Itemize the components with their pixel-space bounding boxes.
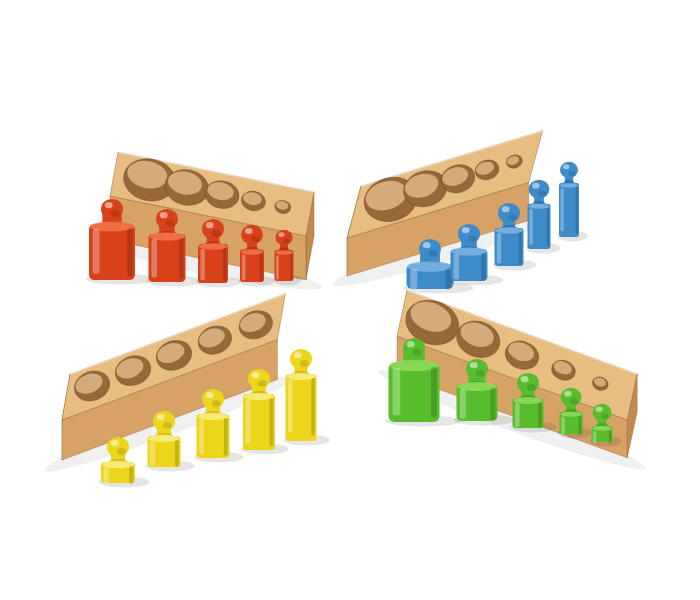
green-cylinder-1-body-highlight bbox=[393, 368, 401, 415]
green-cylinder-1-knob-highlight bbox=[407, 341, 415, 347]
scene-svg bbox=[0, 0, 700, 600]
red-cylinder-3-knob-shade bbox=[212, 230, 221, 237]
red-cylinder-1-knob-highlight bbox=[105, 202, 113, 208]
green-cylinder-1-knob bbox=[403, 338, 425, 358]
yellow-cylinder-4-knob-highlight bbox=[252, 372, 260, 378]
blue-cylinder-2-knob-shade bbox=[468, 235, 477, 242]
blue-cylinder-5-body-highlight bbox=[561, 188, 564, 231]
red-cylinder-4-knob-highlight bbox=[245, 228, 253, 234]
blue-cylinder-2-body-shade bbox=[481, 253, 485, 281]
green-cylinder-3-body-shade bbox=[538, 402, 542, 428]
green-cylinder-4-knob-shade bbox=[570, 398, 578, 404]
blue-cylinder-4-body-shade bbox=[547, 208, 550, 247]
yellow-cylinder-4-body-top-sheen bbox=[244, 393, 274, 400]
green-cylinder-1-body-shade bbox=[431, 367, 437, 418]
red-cylinder-1-knob bbox=[101, 199, 123, 219]
red-cylinder-2-knob-highlight bbox=[160, 212, 168, 218]
red-cylinder-2-body-highlight bbox=[151, 239, 157, 277]
red-cylinder-3-body-shade bbox=[223, 248, 227, 282]
blue-cylinder-3-body-highlight bbox=[497, 233, 501, 263]
blue-cylinder-4-knob-highlight bbox=[532, 183, 539, 189]
green-cylinder-5-knob-highlight bbox=[596, 406, 603, 411]
yellow-cylinder-2-knob-highlight bbox=[157, 414, 165, 420]
red-cylinder-4-body-highlight bbox=[242, 255, 246, 281]
yellow-cylinder-5-body-top-sheen bbox=[287, 373, 316, 380]
blue-cylinder-2-knob-highlight bbox=[462, 227, 470, 233]
yellow-cylinder-3-body-shade bbox=[224, 418, 228, 456]
red-cylinder-5-body-highlight bbox=[276, 255, 279, 280]
blue-cylinder-5-knob-shade bbox=[568, 171, 575, 176]
blue-cylinder-1-knob-shade bbox=[429, 250, 438, 257]
product-photo bbox=[0, 0, 700, 600]
green-cylinder-1-knob-shade bbox=[413, 349, 422, 356]
green-cylinder-3-knob bbox=[517, 373, 539, 393]
red-cylinder-2-body-shade bbox=[179, 238, 183, 279]
photo-background bbox=[0, 0, 700, 600]
blue-cylinder-4-body-top-sheen bbox=[529, 204, 550, 209]
yellow-cylinder-2-body-shade bbox=[175, 440, 179, 467]
green-cylinder-2-body-shade bbox=[491, 388, 496, 420]
green-cylinder-2-knob-shade bbox=[476, 370, 485, 377]
yellow-cylinder-5-body-highlight bbox=[288, 379, 293, 433]
green-cylinder-5-body-shade bbox=[609, 430, 612, 444]
red-cylinder-4-body-shade bbox=[260, 254, 263, 282]
yellow-cylinder-1-body-shade bbox=[129, 466, 133, 484]
yellow-cylinder-3-knob-shade bbox=[212, 400, 221, 407]
green-cylinder-3-body-top-sheen bbox=[514, 397, 543, 404]
blue-cylinder-3-body-top-sheen bbox=[496, 227, 523, 233]
green-cylinder-2-knob-highlight bbox=[470, 362, 478, 368]
green-cylinder-2-knob bbox=[466, 359, 488, 379]
yellow-cylinder-3-knob-highlight bbox=[206, 392, 214, 398]
green-cylinder-4-knob-highlight bbox=[564, 391, 571, 397]
green-cylinder-4-knob bbox=[561, 388, 582, 407]
yellow-cylinder-4-knob bbox=[248, 369, 270, 389]
blue-cylinder-5-knob-highlight bbox=[563, 164, 569, 169]
blue-cylinder-5-body-shade bbox=[576, 187, 578, 233]
blue-cylinder-5-knob bbox=[560, 162, 578, 179]
yellow-cylinder-5-knob bbox=[290, 349, 312, 369]
yellow-cylinder-5-knob-highlight bbox=[294, 352, 302, 358]
yellow-cylinder-2-knob-shade bbox=[163, 422, 172, 429]
red-cylinder-5-body-top-sheen bbox=[276, 251, 293, 255]
blue-cylinder-3-knob-shade bbox=[508, 214, 517, 221]
red-cylinder-1-knob-shade bbox=[111, 210, 120, 217]
yellow-cylinder-4-knob-shade bbox=[258, 380, 267, 387]
green-cylinder-3-knob-shade bbox=[527, 384, 536, 391]
red-cylinder-5-knob bbox=[275, 230, 292, 246]
yellow-cylinder-5-knob-shade bbox=[300, 360, 309, 367]
red-cylinder-4-knob bbox=[241, 225, 263, 245]
yellow-cylinder-1-knob-shade bbox=[117, 448, 126, 455]
green-cylinder-4-body-shade bbox=[579, 416, 582, 435]
yellow-cylinder-1-knob-highlight bbox=[111, 440, 119, 446]
blue-cylinder-1-knob-highlight bbox=[423, 242, 431, 248]
blue-cylinder-5-body-top-sheen bbox=[560, 183, 578, 187]
red-cylinder-5-knob-shade bbox=[283, 238, 290, 243]
blue-cylinder-2-knob bbox=[458, 224, 480, 244]
yellow-cylinder-3-body-highlight bbox=[199, 419, 204, 454]
blue-cylinder-4-knob-shade bbox=[538, 190, 546, 196]
red-cylinder-4-knob-shade bbox=[251, 236, 260, 242]
green-cylinder-5-knob bbox=[593, 404, 612, 421]
blue-cylinder-3-knob bbox=[498, 203, 520, 223]
blue-cylinder-4-knob bbox=[529, 180, 550, 199]
red-cylinder-2-knob bbox=[156, 209, 178, 229]
red-cylinder-4-body-top-sheen bbox=[241, 249, 263, 254]
red-cylinder-5-body-shade bbox=[290, 254, 292, 281]
yellow-cylinder-3-knob bbox=[202, 389, 224, 409]
yellow-cylinder-5-body-shade bbox=[311, 378, 315, 436]
blue-cylinder-1-knob bbox=[419, 239, 441, 259]
red-cylinder-1-body-highlight bbox=[93, 229, 100, 274]
blue-cylinder-3-body-shade bbox=[519, 232, 522, 265]
yellow-cylinder-4-body-highlight bbox=[246, 399, 251, 444]
green-cylinder-5-body-highlight bbox=[593, 431, 596, 444]
green-cylinder-3-knob-highlight bbox=[521, 376, 529, 382]
green-cylinder-4-body-top-sheen bbox=[561, 412, 582, 417]
yellow-cylinder-1-body-highlight bbox=[104, 467, 109, 484]
green-cylinder-2-body-highlight bbox=[460, 389, 466, 419]
yellow-cylinder-2-body-highlight bbox=[150, 441, 155, 466]
red-cylinder-3-body-highlight bbox=[200, 249, 205, 280]
yellow-cylinder-2-knob bbox=[153, 411, 175, 431]
blue-cylinder-1-body-highlight bbox=[410, 269, 417, 289]
red-cylinder-2-knob-shade bbox=[166, 220, 175, 227]
green-cylinder-3-body-highlight bbox=[515, 403, 520, 427]
red-cylinder-3-body-top-sheen bbox=[199, 243, 227, 250]
green-cylinder-5-knob-shade bbox=[601, 413, 609, 419]
blue-cylinder-4-body-highlight bbox=[529, 209, 532, 245]
red-cylinder-5-knob-highlight bbox=[278, 232, 284, 237]
yellow-cylinder-4-body-shade bbox=[270, 398, 274, 446]
green-cylinder-5-body-top-sheen bbox=[593, 426, 612, 431]
green-cylinder-4-body-highlight bbox=[561, 417, 564, 435]
blue-cylinder-3-knob-highlight bbox=[502, 206, 510, 212]
red-cylinder-3-knob-highlight bbox=[206, 222, 214, 228]
blue-cylinder-2-body-highlight bbox=[453, 254, 459, 280]
red-cylinder-1-body-shade bbox=[127, 228, 133, 276]
red-cylinder-3-knob bbox=[202, 219, 224, 239]
yellow-cylinder-1-knob bbox=[107, 437, 129, 457]
